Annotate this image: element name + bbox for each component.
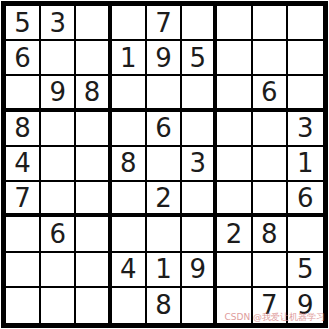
cell-r2c2[interactable] [41,41,76,76]
cell-r1c8[interactable] [253,6,288,41]
cell-r3c3[interactable]: 8 [76,76,111,111]
cell-r1c1[interactable]: 5 [6,6,41,41]
cell-r4c8[interactable] [253,112,288,147]
cell-r7c8[interactable]: 8 [253,217,288,252]
cell-r9c1[interactable] [6,288,41,323]
cell-r8c2[interactable] [41,253,76,288]
cell-r8c9[interactable]: 5 [288,253,323,288]
cell-r4c1[interactable]: 8 [6,112,41,147]
cell-r4c6[interactable] [182,112,217,147]
cell-r8c7[interactable] [217,253,252,288]
cell-r7c7[interactable]: 2 [217,217,252,252]
cell-r4c4[interactable] [112,112,147,147]
cell-r1c9[interactable] [288,6,323,41]
cell-r6c8[interactable] [253,182,288,217]
cell-r5c9[interactable]: 1 [288,147,323,182]
cell-r6c1[interactable]: 7 [6,182,41,217]
cell-r9c4[interactable] [112,288,147,323]
cell-r2c1[interactable]: 6 [6,41,41,76]
cell-r8c3[interactable] [76,253,111,288]
cell-r3c7[interactable] [217,76,252,111]
cell-r6c9[interactable]: 6 [288,182,323,217]
cell-r7c1[interactable] [6,217,41,252]
cell-r2c9[interactable] [288,41,323,76]
cell-r2c3[interactable] [76,41,111,76]
cell-r7c6[interactable] [182,217,217,252]
cell-r3c4[interactable] [112,76,147,111]
cell-r1c5[interactable]: 7 [147,6,182,41]
cell-r6c5[interactable]: 2 [147,182,182,217]
cell-r1c2[interactable]: 3 [41,6,76,41]
cell-r8c8[interactable] [253,253,288,288]
cell-r1c7[interactable] [217,6,252,41]
cell-r4c7[interactable] [217,112,252,147]
cell-r7c3[interactable] [76,217,111,252]
cell-r4c2[interactable] [41,112,76,147]
cell-r1c6[interactable] [182,6,217,41]
cell-r1c4[interactable] [112,6,147,41]
cell-r5c6[interactable]: 3 [182,147,217,182]
cell-r7c9[interactable] [288,217,323,252]
cell-r6c4[interactable] [112,182,147,217]
cell-r9c5[interactable]: 8 [147,288,182,323]
cell-r3c1[interactable] [6,76,41,111]
cell-r7c2[interactable]: 6 [41,217,76,252]
cell-r7c4[interactable] [112,217,147,252]
cell-r2c7[interactable] [217,41,252,76]
cell-r3c8[interactable]: 6 [253,76,288,111]
cell-r3c6[interactable] [182,76,217,111]
cell-r6c7[interactable] [217,182,252,217]
cell-r9c9[interactable]: 9 [288,288,323,323]
cell-r7c5[interactable] [147,217,182,252]
cell-r9c2[interactable] [41,288,76,323]
cell-r8c4[interactable]: 4 [112,253,147,288]
cell-r9c8[interactable]: 7 [253,288,288,323]
cell-r5c2[interactable] [41,147,76,182]
cell-r6c6[interactable] [182,182,217,217]
cell-r4c3[interactable] [76,112,111,147]
cell-r5c8[interactable] [253,147,288,182]
cell-r2c4[interactable]: 1 [112,41,147,76]
cell-r8c5[interactable]: 1 [147,253,182,288]
cell-r5c7[interactable] [217,147,252,182]
cell-r3c9[interactable] [288,76,323,111]
cell-r8c6[interactable]: 9 [182,253,217,288]
cell-r8c1[interactable] [6,253,41,288]
cell-r5c5[interactable] [147,147,182,182]
cell-r5c1[interactable]: 4 [6,147,41,182]
cell-r6c2[interactable] [41,182,76,217]
cell-r9c6[interactable] [182,288,217,323]
cell-r3c5[interactable] [147,76,182,111]
cell-r2c8[interactable] [253,41,288,76]
cell-r6c3[interactable] [76,182,111,217]
sudoku-board: 537619598686348317266284195879 [1,1,328,328]
cell-r2c5[interactable]: 9 [147,41,182,76]
cell-r3c2[interactable]: 9 [41,76,76,111]
cell-r5c4[interactable]: 8 [112,147,147,182]
cell-r1c3[interactable] [76,6,111,41]
cell-r5c3[interactable] [76,147,111,182]
cell-r4c9[interactable]: 3 [288,112,323,147]
cell-r9c3[interactable] [76,288,111,323]
cell-r4c5[interactable]: 6 [147,112,182,147]
cell-r2c6[interactable]: 5 [182,41,217,76]
cell-r9c7[interactable] [217,288,252,323]
